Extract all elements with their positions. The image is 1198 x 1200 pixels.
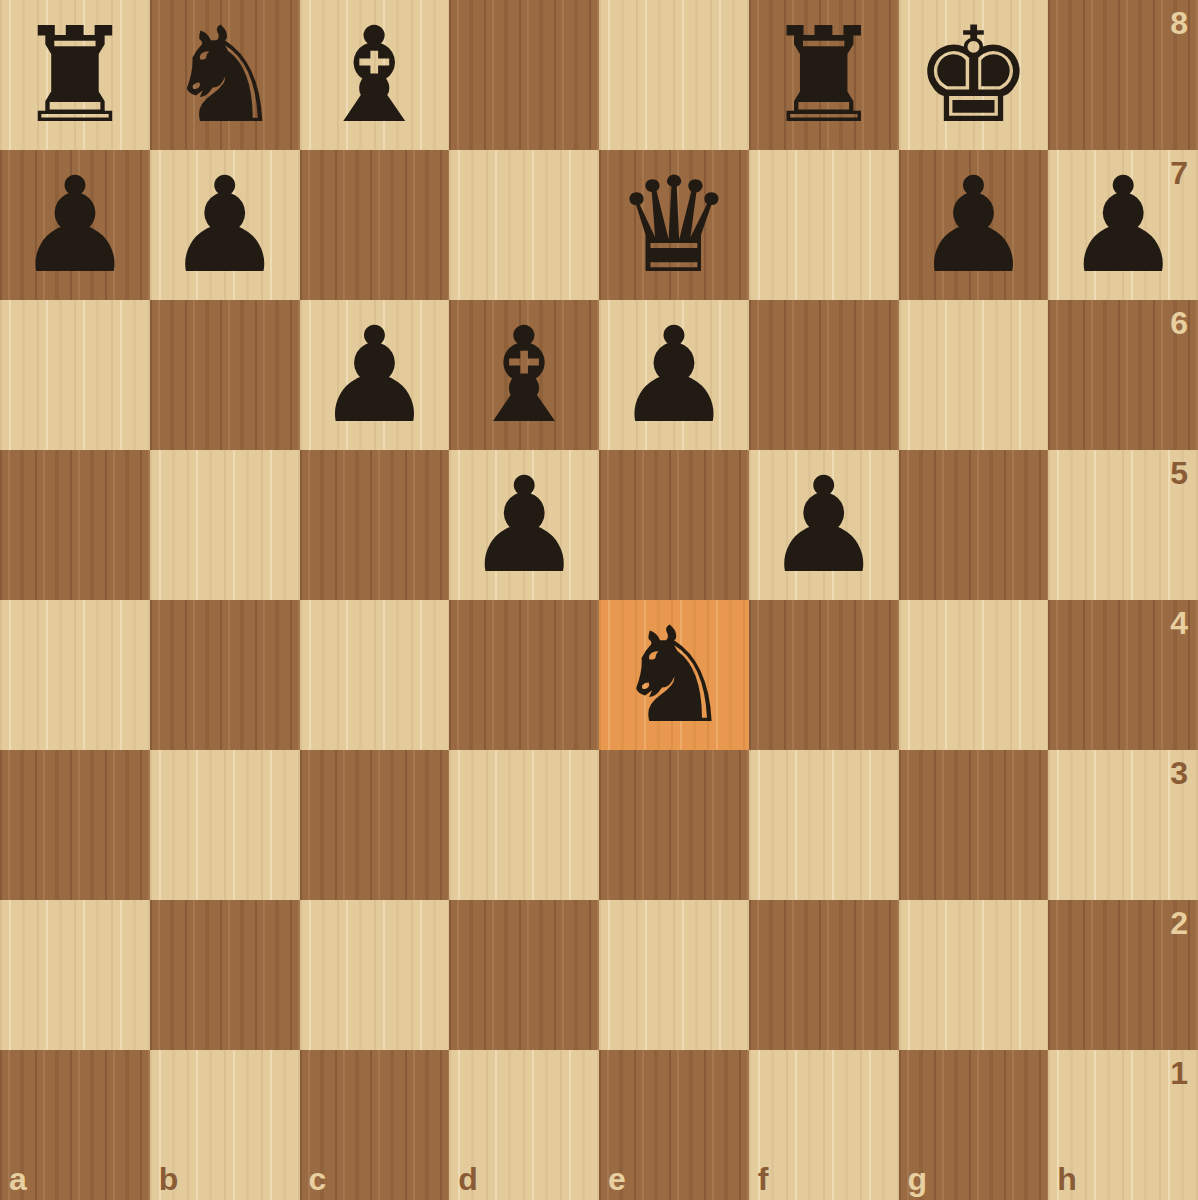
black-pawn[interactable]: ♟ bbox=[749, 450, 899, 600]
square-g6[interactable] bbox=[899, 300, 1049, 450]
black-pawn[interactable]: ♟ bbox=[300, 300, 450, 450]
square-d2[interactable] bbox=[449, 900, 599, 1050]
square-b1[interactable]: b bbox=[150, 1050, 300, 1200]
square-e1[interactable]: e bbox=[599, 1050, 749, 1200]
file-label-a: a bbox=[9, 1163, 27, 1195]
rank-label-6: 6 bbox=[1170, 307, 1188, 339]
square-a4[interactable] bbox=[0, 600, 150, 750]
rank-label-8: 8 bbox=[1170, 7, 1188, 39]
file-label-c: c bbox=[309, 1163, 327, 1195]
square-c2[interactable] bbox=[300, 900, 450, 1050]
square-h7[interactable]: 7♟ bbox=[1048, 150, 1198, 300]
square-c4[interactable] bbox=[300, 600, 450, 750]
square-g5[interactable] bbox=[899, 450, 1049, 600]
black-pawn[interactable]: ♟ bbox=[0, 150, 150, 300]
square-b2[interactable] bbox=[150, 900, 300, 1050]
square-f6[interactable] bbox=[749, 300, 899, 450]
square-b7[interactable]: ♟ bbox=[150, 150, 300, 300]
square-a5[interactable] bbox=[0, 450, 150, 600]
rank-label-2: 2 bbox=[1170, 907, 1188, 939]
square-c5[interactable] bbox=[300, 450, 450, 600]
square-h2[interactable]: 2 bbox=[1048, 900, 1198, 1050]
square-g4[interactable] bbox=[899, 600, 1049, 750]
square-a6[interactable] bbox=[0, 300, 150, 450]
rank-label-1: 1 bbox=[1170, 1057, 1188, 1089]
square-d5[interactable]: ♟ bbox=[449, 450, 599, 600]
square-f7[interactable] bbox=[749, 150, 899, 300]
square-h5[interactable]: 5 bbox=[1048, 450, 1198, 600]
file-label-d: d bbox=[458, 1163, 478, 1195]
square-c6[interactable]: ♟ bbox=[300, 300, 450, 450]
square-d3[interactable] bbox=[449, 750, 599, 900]
square-d1[interactable]: d bbox=[449, 1050, 599, 1200]
file-label-b: b bbox=[159, 1163, 179, 1195]
square-h3[interactable]: 3 bbox=[1048, 750, 1198, 900]
square-e3[interactable] bbox=[599, 750, 749, 900]
black-pawn[interactable]: ♟ bbox=[150, 150, 300, 300]
square-d7[interactable] bbox=[449, 150, 599, 300]
square-c8[interactable]: ♝ bbox=[300, 0, 450, 150]
square-d8[interactable] bbox=[449, 0, 599, 150]
rank-label-4: 4 bbox=[1170, 607, 1188, 639]
square-e6[interactable]: ♟ bbox=[599, 300, 749, 450]
square-g2[interactable] bbox=[899, 900, 1049, 1050]
square-c1[interactable]: c bbox=[300, 1050, 450, 1200]
square-g7[interactable]: ♟ bbox=[899, 150, 1049, 300]
black-pawn[interactable]: ♟ bbox=[899, 150, 1049, 300]
square-a1[interactable]: a bbox=[0, 1050, 150, 1200]
square-g1[interactable]: g bbox=[899, 1050, 1049, 1200]
square-e7[interactable]: ♛ bbox=[599, 150, 749, 300]
square-b8[interactable]: ♞ bbox=[150, 0, 300, 150]
square-h1[interactable]: 1h bbox=[1048, 1050, 1198, 1200]
square-e4[interactable]: ♞ bbox=[599, 600, 749, 750]
square-a2[interactable] bbox=[0, 900, 150, 1050]
black-pawn[interactable]: ♟ bbox=[449, 450, 599, 600]
black-bishop[interactable]: ♝ bbox=[300, 0, 450, 150]
chess-board: ♜♞♝♜♚8♟♟♛♟7♟♟♝♟6♟♟5♞432abcdefg1h bbox=[0, 0, 1198, 1200]
square-c7[interactable] bbox=[300, 150, 450, 300]
square-h6[interactable]: 6 bbox=[1048, 300, 1198, 450]
black-bishop[interactable]: ♝ bbox=[449, 300, 599, 450]
black-pawn[interactable]: ♟ bbox=[1048, 150, 1198, 300]
black-rook[interactable]: ♜ bbox=[749, 0, 899, 150]
black-rook[interactable]: ♜ bbox=[0, 0, 150, 150]
square-e8[interactable] bbox=[599, 0, 749, 150]
square-h4[interactable]: 4 bbox=[1048, 600, 1198, 750]
square-f8[interactable]: ♜ bbox=[749, 0, 899, 150]
square-f2[interactable] bbox=[749, 900, 899, 1050]
black-knight[interactable]: ♞ bbox=[150, 0, 300, 150]
black-king[interactable]: ♚ bbox=[899, 0, 1049, 150]
square-g3[interactable] bbox=[899, 750, 1049, 900]
rank-label-3: 3 bbox=[1170, 757, 1188, 789]
square-a7[interactable]: ♟ bbox=[0, 150, 150, 300]
file-label-g: g bbox=[908, 1163, 928, 1195]
square-f1[interactable]: f bbox=[749, 1050, 899, 1200]
black-knight[interactable]: ♞ bbox=[599, 600, 749, 750]
file-label-h: h bbox=[1057, 1163, 1077, 1195]
square-b3[interactable] bbox=[150, 750, 300, 900]
square-h8[interactable]: 8 bbox=[1048, 0, 1198, 150]
square-e5[interactable] bbox=[599, 450, 749, 600]
square-a3[interactable] bbox=[0, 750, 150, 900]
file-label-f: f bbox=[758, 1163, 769, 1195]
square-d6[interactable]: ♝ bbox=[449, 300, 599, 450]
square-e2[interactable] bbox=[599, 900, 749, 1050]
square-f4[interactable] bbox=[749, 600, 899, 750]
file-label-e: e bbox=[608, 1163, 626, 1195]
square-d4[interactable] bbox=[449, 600, 599, 750]
square-b4[interactable] bbox=[150, 600, 300, 750]
square-f3[interactable] bbox=[749, 750, 899, 900]
square-b5[interactable] bbox=[150, 450, 300, 600]
black-queen[interactable]: ♛ bbox=[599, 150, 749, 300]
square-b6[interactable] bbox=[150, 300, 300, 450]
square-g8[interactable]: ♚ bbox=[899, 0, 1049, 150]
square-c3[interactable] bbox=[300, 750, 450, 900]
black-pawn[interactable]: ♟ bbox=[599, 300, 749, 450]
square-a8[interactable]: ♜ bbox=[0, 0, 150, 150]
square-f5[interactable]: ♟ bbox=[749, 450, 899, 600]
rank-label-5: 5 bbox=[1170, 457, 1188, 489]
